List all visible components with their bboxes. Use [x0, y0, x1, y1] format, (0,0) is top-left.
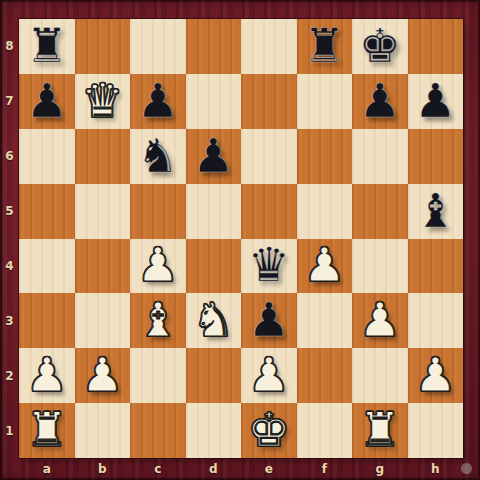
- square-d8[interactable]: [186, 19, 242, 74]
- square-h2[interactable]: ♟: [408, 348, 464, 403]
- piece-bR-f8[interactable]: ♜: [303, 22, 345, 69]
- piece-bR-a8[interactable]: ♜: [26, 22, 68, 69]
- square-f6[interactable]: [297, 129, 353, 184]
- file-label-f: f: [297, 458, 353, 480]
- square-h5[interactable]: ♝: [408, 184, 464, 239]
- rank-label-4: 4: [0, 239, 19, 294]
- piece-bP-e3[interactable]: ♟: [248, 296, 290, 343]
- square-d1[interactable]: [186, 403, 242, 458]
- rank-label-1: 1: [0, 403, 19, 458]
- square-d5[interactable]: [186, 184, 242, 239]
- square-d2[interactable]: [186, 348, 242, 403]
- piece-wP-c4[interactable]: ♟: [137, 241, 179, 288]
- piece-bQ-e4[interactable]: ♛: [248, 241, 290, 288]
- piece-wR-g1[interactable]: ♜: [359, 406, 401, 453]
- file-label-b: b: [75, 458, 131, 480]
- square-e5[interactable]: [241, 184, 297, 239]
- square-g4[interactable]: [352, 239, 408, 294]
- watermark-dot: [461, 463, 472, 474]
- square-b4[interactable]: [75, 239, 131, 294]
- square-c3[interactable]: ♝: [130, 293, 186, 348]
- square-d7[interactable]: [186, 74, 242, 129]
- piece-bN-c6[interactable]: ♞: [137, 132, 179, 179]
- square-e8[interactable]: [241, 19, 297, 74]
- piece-wQ-b7[interactable]: ♛: [81, 77, 123, 124]
- square-g6[interactable]: [352, 129, 408, 184]
- rank-label-2: 2: [0, 348, 19, 403]
- piece-wP-b2[interactable]: ♟: [81, 351, 123, 398]
- square-e2[interactable]: ♟: [241, 348, 297, 403]
- square-a2[interactable]: ♟: [19, 348, 75, 403]
- rank-label-5: 5: [0, 184, 19, 239]
- rank-labels: 87654321: [0, 19, 19, 458]
- rank-label-6: 6: [0, 129, 19, 184]
- square-h1[interactable]: [408, 403, 464, 458]
- square-b5[interactable]: [75, 184, 131, 239]
- square-a7[interactable]: ♟: [19, 74, 75, 129]
- square-a6[interactable]: [19, 129, 75, 184]
- piece-bP-c7[interactable]: ♟: [137, 77, 179, 124]
- square-a4[interactable]: [19, 239, 75, 294]
- square-h6[interactable]: [408, 129, 464, 184]
- piece-wP-a2[interactable]: ♟: [26, 351, 68, 398]
- square-e3[interactable]: ♟: [241, 293, 297, 348]
- piece-wN-d3[interactable]: ♞: [192, 296, 234, 343]
- square-a1[interactable]: ♜: [19, 403, 75, 458]
- square-d4[interactable]: [186, 239, 242, 294]
- square-f1[interactable]: [297, 403, 353, 458]
- square-b7[interactable]: ♛: [75, 74, 131, 129]
- square-b6[interactable]: [75, 129, 131, 184]
- square-b3[interactable]: [75, 293, 131, 348]
- file-label-e: e: [241, 458, 297, 480]
- chess-board-frame: ♜♜♚♟♛♟♟♟♞♟♝♟♛♟♝♞♟♟♟♟♟♟♜♚♜ 87654321 abcde…: [0, 0, 480, 480]
- rank-label-8: 8: [0, 19, 19, 74]
- piece-bP-d6[interactable]: ♟: [192, 132, 234, 179]
- square-b8[interactable]: [75, 19, 131, 74]
- square-f5[interactable]: [297, 184, 353, 239]
- square-c6[interactable]: ♞: [130, 129, 186, 184]
- square-h3[interactable]: [408, 293, 464, 348]
- square-e4[interactable]: ♛: [241, 239, 297, 294]
- piece-wR-a1[interactable]: ♜: [26, 406, 68, 453]
- piece-wK-e1[interactable]: ♚: [248, 406, 290, 453]
- square-b1[interactable]: [75, 403, 131, 458]
- square-h4[interactable]: [408, 239, 464, 294]
- square-c2[interactable]: [130, 348, 186, 403]
- square-g5[interactable]: [352, 184, 408, 239]
- piece-bP-a7[interactable]: ♟: [26, 77, 68, 124]
- piece-wP-h2[interactable]: ♟: [414, 351, 456, 398]
- square-c5[interactable]: [130, 184, 186, 239]
- square-b2[interactable]: ♟: [75, 348, 131, 403]
- square-g3[interactable]: ♟: [352, 293, 408, 348]
- file-label-d: d: [186, 458, 242, 480]
- piece-bK-g8[interactable]: ♚: [359, 22, 401, 69]
- file-label-h: h: [408, 458, 464, 480]
- square-e7[interactable]: [241, 74, 297, 129]
- square-a8[interactable]: ♜: [19, 19, 75, 74]
- square-e1[interactable]: ♚: [241, 403, 297, 458]
- square-c1[interactable]: [130, 403, 186, 458]
- board: ♜♜♚♟♛♟♟♟♞♟♝♟♛♟♝♞♟♟♟♟♟♟♜♚♜: [19, 19, 463, 458]
- square-d3[interactable]: ♞: [186, 293, 242, 348]
- square-c8[interactable]: [130, 19, 186, 74]
- piece-wB-c3[interactable]: ♝: [137, 296, 179, 343]
- square-e6[interactable]: [241, 129, 297, 184]
- square-g8[interactable]: ♚: [352, 19, 408, 74]
- square-h8[interactable]: [408, 19, 464, 74]
- file-labels: abcdefgh: [19, 458, 463, 480]
- file-label-a: a: [19, 458, 75, 480]
- piece-bP-g7[interactable]: ♟: [359, 77, 401, 124]
- square-a3[interactable]: [19, 293, 75, 348]
- square-g1[interactable]: ♜: [352, 403, 408, 458]
- square-c7[interactable]: ♟: [130, 74, 186, 129]
- square-h7[interactable]: ♟: [408, 74, 464, 129]
- piece-wP-e2[interactable]: ♟: [248, 351, 290, 398]
- square-a5[interactable]: [19, 184, 75, 239]
- square-c4[interactable]: ♟: [130, 239, 186, 294]
- square-g7[interactable]: ♟: [352, 74, 408, 129]
- square-f2[interactable]: [297, 348, 353, 403]
- rank-label-7: 7: [0, 74, 19, 129]
- file-label-g: g: [352, 458, 408, 480]
- file-label-c: c: [130, 458, 186, 480]
- square-f3[interactable]: [297, 293, 353, 348]
- rank-label-3: 3: [0, 293, 19, 348]
- piece-wP-f4[interactable]: ♟: [303, 241, 345, 288]
- square-g2[interactable]: [352, 348, 408, 403]
- square-f7[interactable]: [297, 74, 353, 129]
- square-d6[interactable]: ♟: [186, 129, 242, 184]
- square-f8[interactable]: ♜: [297, 19, 353, 74]
- piece-wP-g3[interactable]: ♟: [359, 296, 401, 343]
- piece-bB-h5[interactable]: ♝: [414, 187, 456, 234]
- square-f4[interactable]: ♟: [297, 239, 353, 294]
- piece-bP-h7[interactable]: ♟: [414, 77, 456, 124]
